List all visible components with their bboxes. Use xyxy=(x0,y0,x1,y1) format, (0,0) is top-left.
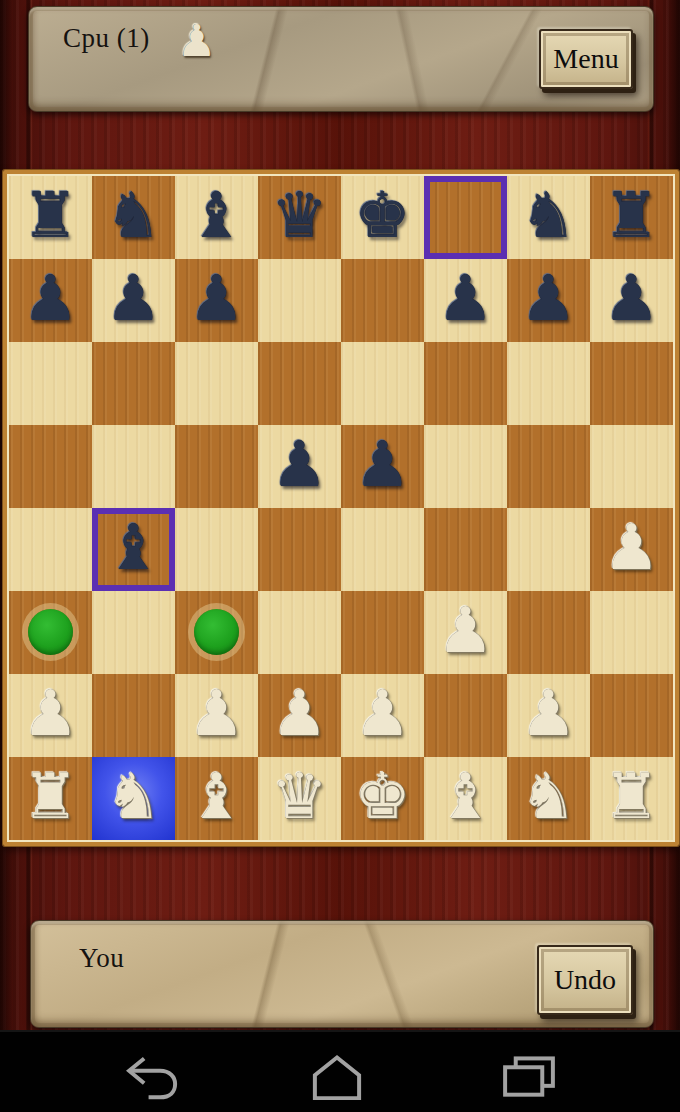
black-pawn: ♟ xyxy=(341,425,424,508)
square-d1[interactable]: ♛ xyxy=(258,757,341,840)
square-d3[interactable] xyxy=(258,591,341,674)
black-pawn: ♟ xyxy=(258,425,341,508)
square-g5[interactable] xyxy=(507,425,590,508)
black-knight: ♞ xyxy=(507,176,590,259)
square-g1[interactable]: ♞ xyxy=(507,757,590,840)
black-knight: ♞ xyxy=(92,176,175,259)
black-pawn: ♟ xyxy=(175,259,258,342)
square-b3[interactable] xyxy=(92,591,175,674)
square-b2[interactable] xyxy=(92,674,175,757)
square-c3[interactable] xyxy=(175,591,258,674)
white-pawn: ♟ xyxy=(507,674,590,757)
square-c4[interactable] xyxy=(175,508,258,591)
square-d5[interactable]: ♟ xyxy=(258,425,341,508)
square-f5[interactable] xyxy=(424,425,507,508)
square-e7[interactable] xyxy=(341,259,424,342)
white-rook: ♜ xyxy=(590,757,673,840)
black-rook: ♜ xyxy=(590,176,673,259)
white-knight: ♞ xyxy=(92,757,175,840)
black-king: ♚ xyxy=(341,176,424,259)
square-g7[interactable]: ♟ xyxy=(507,259,590,342)
square-d4[interactable] xyxy=(258,508,341,591)
square-g4[interactable] xyxy=(507,508,590,591)
square-e2[interactable]: ♟ xyxy=(341,674,424,757)
square-d2[interactable]: ♟ xyxy=(258,674,341,757)
square-a3[interactable] xyxy=(9,591,92,674)
square-b4[interactable]: ♝ xyxy=(92,508,175,591)
square-d7[interactable] xyxy=(258,259,341,342)
square-h6[interactable] xyxy=(590,342,673,425)
white-pawn: ♟ xyxy=(424,591,507,674)
white-pawn: ♟ xyxy=(258,674,341,757)
chess-board-frame: ♜♞♝♛♚♞♜♟♟♟♟♟♟♟♟♝♟♟♟♟♟♟♟♜♞♝♛♚♝♞♜ xyxy=(3,170,679,846)
recents-icon[interactable] xyxy=(496,1054,562,1100)
black-pawn: ♟ xyxy=(424,259,507,342)
black-pawn: ♟ xyxy=(9,259,92,342)
square-b1[interactable]: ♞ xyxy=(92,757,175,840)
square-a5[interactable] xyxy=(9,425,92,508)
square-g6[interactable] xyxy=(507,342,590,425)
square-h2[interactable] xyxy=(590,674,673,757)
square-a4[interactable] xyxy=(9,508,92,591)
square-d8[interactable]: ♛ xyxy=(258,176,341,259)
black-bishop: ♝ xyxy=(175,176,258,259)
black-pawn: ♟ xyxy=(92,259,175,342)
black-rook: ♜ xyxy=(9,176,92,259)
square-a6[interactable] xyxy=(9,342,92,425)
square-g2[interactable]: ♟ xyxy=(507,674,590,757)
square-c8[interactable]: ♝ xyxy=(175,176,258,259)
you-player-label: You xyxy=(79,943,124,974)
square-b6[interactable] xyxy=(92,342,175,425)
square-b5[interactable] xyxy=(92,425,175,508)
white-pawn: ♟ xyxy=(175,674,258,757)
square-b8[interactable]: ♞ xyxy=(92,176,175,259)
undo-button[interactable]: Undo xyxy=(537,945,633,1015)
cpu-player-label: Cpu (1) xyxy=(63,23,150,54)
white-king: ♚ xyxy=(341,757,424,840)
square-h4[interactable]: ♟ xyxy=(590,508,673,591)
black-pawn: ♟ xyxy=(507,259,590,342)
android-nav-bar xyxy=(0,1030,680,1112)
square-c1[interactable]: ♝ xyxy=(175,757,258,840)
square-a2[interactable]: ♟ xyxy=(9,674,92,757)
square-g8[interactable]: ♞ xyxy=(507,176,590,259)
square-e1[interactable]: ♚ xyxy=(341,757,424,840)
square-a1[interactable]: ♜ xyxy=(9,757,92,840)
square-e8[interactable]: ♚ xyxy=(341,176,424,259)
square-f2[interactable] xyxy=(424,674,507,757)
square-c2[interactable]: ♟ xyxy=(175,674,258,757)
white-queen: ♛ xyxy=(258,757,341,840)
white-bishop: ♝ xyxy=(424,757,507,840)
square-f8[interactable] xyxy=(424,176,507,259)
square-f4[interactable] xyxy=(424,508,507,591)
white-pawn: ♟ xyxy=(9,674,92,757)
white-rook: ♜ xyxy=(9,757,92,840)
square-e3[interactable] xyxy=(341,591,424,674)
square-c5[interactable] xyxy=(175,425,258,508)
chess-board: ♜♞♝♛♚♞♜♟♟♟♟♟♟♟♟♝♟♟♟♟♟♟♟♜♞♝♛♚♝♞♜ xyxy=(7,174,675,842)
white-pawn: ♟ xyxy=(341,674,424,757)
home-icon[interactable] xyxy=(304,1054,370,1100)
square-f3[interactable]: ♟ xyxy=(424,591,507,674)
square-f7[interactable]: ♟ xyxy=(424,259,507,342)
square-e5[interactable]: ♟ xyxy=(341,425,424,508)
square-a8[interactable]: ♜ xyxy=(9,176,92,259)
white-bishop: ♝ xyxy=(175,757,258,840)
square-h7[interactable]: ♟ xyxy=(590,259,673,342)
square-c7[interactable]: ♟ xyxy=(175,259,258,342)
square-g3[interactable] xyxy=(507,591,590,674)
square-h5[interactable] xyxy=(590,425,673,508)
square-d6[interactable] xyxy=(258,342,341,425)
square-e4[interactable] xyxy=(341,508,424,591)
square-a7[interactable]: ♟ xyxy=(9,259,92,342)
legal-move-dot-a3 xyxy=(28,609,73,655)
menu-button[interactable]: Menu xyxy=(539,29,633,89)
chess-app-screen: Cpu (1) ♟ Menu ♜♞♝♛♚♞♜♟♟♟♟♟♟♟♟♝♟♟♟♟♟♟♟♜♞… xyxy=(0,0,680,1112)
legal-move-dot-c3 xyxy=(194,609,239,655)
white-pawn-turn-icon: ♟ xyxy=(177,19,216,63)
back-icon[interactable] xyxy=(120,1054,186,1100)
square-c6[interactable] xyxy=(175,342,258,425)
square-h8[interactable]: ♜ xyxy=(590,176,673,259)
black-pawn: ♟ xyxy=(590,259,673,342)
square-b7[interactable]: ♟ xyxy=(92,259,175,342)
square-h1[interactable]: ♜ xyxy=(590,757,673,840)
black-queen: ♛ xyxy=(258,176,341,259)
you-status-panel: You Undo xyxy=(30,920,654,1028)
cpu-status-panel: Cpu (1) ♟ Menu xyxy=(28,6,654,112)
square-h3[interactable] xyxy=(590,591,673,674)
black-bishop: ♝ xyxy=(92,508,175,591)
square-f6[interactable] xyxy=(424,342,507,425)
white-pawn: ♟ xyxy=(590,508,673,591)
square-e6[interactable] xyxy=(341,342,424,425)
square-f1[interactable]: ♝ xyxy=(424,757,507,840)
white-knight: ♞ xyxy=(507,757,590,840)
